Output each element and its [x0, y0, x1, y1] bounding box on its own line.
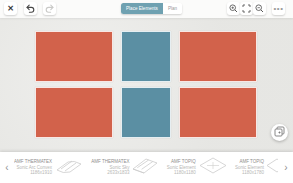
zoom-in-icon [229, 1, 238, 16]
carousel-next-button[interactable]: › [279, 152, 293, 183]
carousel-prev-button[interactable]: ‹ [0, 152, 14, 183]
product-size: 1180x1180 [167, 170, 196, 176]
product-info: AMF THERMATEX Sonic Arc Convex 1186x1910 [14, 159, 52, 176]
close-button[interactable]: ✕ [4, 2, 17, 15]
product-thumbnail-icon [131, 156, 159, 180]
product-cards: AMF THERMATEX Sonic Arc Convex 1186x1910… [14, 156, 279, 180]
zoom-out-icon [255, 1, 264, 16]
product-card-topiq-sonic-element-square[interactable]: AMF TOPIQ Sonic Element 1180x1180 [167, 156, 228, 180]
product-size: 1180x1780 [235, 170, 264, 176]
add-element-icon [274, 125, 285, 140]
product-card-thermatex-sonic-sky[interactable]: AMF THERMATEX Sonic Sky 2633x1833 [91, 156, 159, 180]
ceiling-tile-red[interactable] [179, 87, 257, 138]
ceiling-tile-blue[interactable] [121, 87, 171, 138]
product-thumbnail-icon [54, 156, 84, 180]
product-brand: AMF THERMATEX [14, 159, 52, 165]
fit-to-screen-button[interactable] [240, 2, 253, 15]
tab-place-elements[interactable]: Place Elements [121, 3, 163, 14]
product-brand: AMF TOPIQ [235, 159, 264, 165]
fit-to-screen-icon [242, 1, 251, 16]
more-options-button[interactable]: ••• [272, 2, 285, 15]
ceiling-tile-red[interactable] [179, 31, 257, 82]
tile-grid [35, 31, 257, 138]
ceiling-tile-red[interactable] [35, 31, 113, 82]
ceiling-tile-blue[interactable] [121, 31, 171, 82]
zoom-out-button[interactable] [253, 2, 266, 15]
redo-icon [45, 1, 54, 16]
product-brand: AMF TOPIQ [167, 159, 196, 165]
ellipsis-icon: ••• [274, 6, 284, 12]
undo-button[interactable] [24, 2, 37, 15]
zoom-in-button[interactable] [227, 2, 240, 15]
app-window: ✕ Place Elements Plan [0, 0, 293, 183]
product-carousel: ‹ AMF THERMATEX Sonic Arc Convex 1186x19… [0, 152, 293, 183]
tab-plan[interactable]: Plan [163, 3, 182, 14]
product-size: 1186x1910 [14, 170, 52, 176]
product-info: AMF THERMATEX Sonic Sky 2633x1833 [91, 159, 129, 176]
product-thumbnail-icon [266, 157, 278, 179]
redo-button[interactable] [43, 2, 56, 15]
product-card-thermatex-sonic-arc[interactable]: AMF THERMATEX Sonic Arc Convex 1186x1910 [14, 156, 84, 180]
product-thumbnail-icon [198, 156, 228, 180]
mode-switcher: Place Elements Plan [121, 3, 182, 14]
product-card-topiq-sonic-element-rect[interactable]: AMF TOPIQ Sonic Element 1180x1780 [235, 157, 278, 179]
product-size: 2633x1833 [91, 170, 129, 176]
product-info: AMF TOPIQ Sonic Element 1180x1180 [167, 159, 196, 176]
toolbar: ✕ Place Elements Plan [0, 0, 293, 18]
product-info: AMF TOPIQ Sonic Element 1180x1780 [235, 159, 264, 176]
product-brand: AMF THERMATEX [91, 159, 129, 165]
undo-icon [26, 1, 35, 16]
add-element-button[interactable] [271, 124, 288, 141]
close-icon: ✕ [7, 5, 14, 13]
ceiling-tile-red[interactable] [35, 87, 113, 138]
